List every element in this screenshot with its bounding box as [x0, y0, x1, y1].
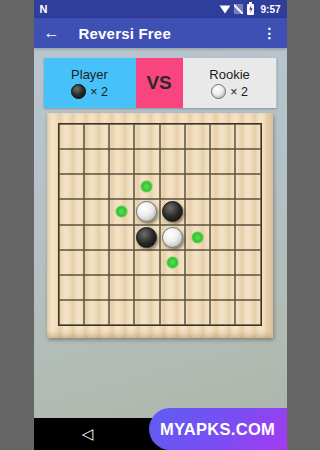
board-cell-c1[interactable]	[109, 124, 134, 149]
board-cell-h5[interactable]	[235, 225, 260, 250]
board-cell-c7[interactable]	[109, 275, 134, 300]
board-cell-c8[interactable]	[109, 300, 134, 325]
board-cell-f8[interactable]	[185, 300, 210, 325]
board-cell-d2[interactable]	[134, 149, 159, 174]
player-disc-count: × 2	[90, 85, 108, 99]
board-cell-f2[interactable]	[185, 149, 210, 174]
legal-move-hint-e6[interactable]	[166, 256, 179, 269]
board-cell-b4[interactable]	[84, 199, 109, 224]
overflow-menu-icon[interactable]: ⋮	[263, 25, 277, 41]
board-cell-c5[interactable]	[109, 225, 134, 250]
nav-back-button[interactable]: ◁	[82, 425, 94, 443]
board-cell-b1[interactable]	[84, 124, 109, 149]
board-cell-c6[interactable]	[109, 250, 134, 275]
board-cell-c4[interactable]	[109, 199, 134, 224]
board-cell-d7[interactable]	[134, 275, 159, 300]
board-cell-g6[interactable]	[210, 250, 235, 275]
board-cell-g2[interactable]	[210, 149, 235, 174]
board-cell-f6[interactable]	[185, 250, 210, 275]
legal-move-hint-f5[interactable]	[191, 231, 204, 244]
legal-move-hint-d3[interactable]	[140, 180, 153, 193]
board-cell-e3[interactable]	[160, 174, 185, 199]
board-cell-f5[interactable]	[185, 225, 210, 250]
black-disc	[136, 227, 157, 248]
board-cell-a7[interactable]	[59, 275, 84, 300]
reversi-board	[47, 113, 273, 338]
board-cell-g5[interactable]	[210, 225, 235, 250]
no-signal-icon	[234, 4, 243, 14]
opponent-score-panel: Rookie × 2	[183, 58, 277, 108]
board-cell-b3[interactable]	[84, 174, 109, 199]
board-cell-h3[interactable]	[235, 174, 260, 199]
app-bar: ← Reversi Free ⋮	[34, 18, 287, 48]
board-cell-d4[interactable]	[134, 199, 159, 224]
white-disc	[162, 227, 183, 248]
board-cell-b2[interactable]	[84, 149, 109, 174]
board-cell-a8[interactable]	[59, 300, 84, 325]
board-cell-g7[interactable]	[210, 275, 235, 300]
status-bar: N 9:57	[34, 0, 287, 18]
board-cell-a4[interactable]	[59, 199, 84, 224]
clock-text: 9:57	[260, 4, 280, 15]
board-cell-c3[interactable]	[109, 174, 134, 199]
watermark-badge: MYAPKS.COM	[149, 408, 287, 450]
board-cell-a6[interactable]	[59, 250, 84, 275]
board-cell-a3[interactable]	[59, 174, 84, 199]
board-cell-e1[interactable]	[160, 124, 185, 149]
board-cell-h1[interactable]	[235, 124, 260, 149]
board-cell-f7[interactable]	[185, 275, 210, 300]
board-cell-e5[interactable]	[160, 225, 185, 250]
page-title: Reversi Free	[79, 25, 171, 42]
board-cell-h8[interactable]	[235, 300, 260, 325]
board-cell-b7[interactable]	[84, 275, 109, 300]
board-cell-g8[interactable]	[210, 300, 235, 325]
board-cell-e7[interactable]	[160, 275, 185, 300]
board-cell-b8[interactable]	[84, 300, 109, 325]
board-cell-h4[interactable]	[235, 199, 260, 224]
board-cell-b5[interactable]	[84, 225, 109, 250]
board-cell-g3[interactable]	[210, 174, 235, 199]
battery-charging-icon	[247, 4, 254, 15]
player-black-disc-icon	[71, 84, 86, 99]
board-cell-a1[interactable]	[59, 124, 84, 149]
legal-move-hint-c4[interactable]	[115, 205, 128, 218]
board-cell-a2[interactable]	[59, 149, 84, 174]
opponent-white-disc-icon	[211, 84, 226, 99]
notification-icon: N	[40, 3, 48, 15]
reversi-app-screen: N 9:57 ← Reversi Free ⋮ Player × 2 VS Ro…	[34, 0, 287, 450]
board-cell-d8[interactable]	[134, 300, 159, 325]
opponent-name: Rookie	[209, 67, 249, 82]
opponent-disc-count: × 2	[230, 85, 248, 99]
board-cell-d1[interactable]	[134, 124, 159, 149]
board-cell-h2[interactable]	[235, 149, 260, 174]
board-cell-f3[interactable]	[185, 174, 210, 199]
board-cell-d6[interactable]	[134, 250, 159, 275]
versus-panel: VS	[136, 58, 183, 108]
watermark-label: MYAPKS.COM	[160, 420, 275, 439]
board-cell-f1[interactable]	[185, 124, 210, 149]
scoreboard: Player × 2 VS Rookie × 2	[44, 58, 277, 108]
back-arrow-icon[interactable]: ←	[44, 24, 60, 42]
board-cell-d3[interactable]	[134, 174, 159, 199]
board-cell-e6[interactable]	[160, 250, 185, 275]
board-cell-h7[interactable]	[235, 275, 260, 300]
board-cell-e4[interactable]	[160, 199, 185, 224]
white-disc	[136, 201, 157, 222]
board-grid	[58, 123, 262, 326]
board-cell-g4[interactable]	[210, 199, 235, 224]
board-cell-f4[interactable]	[185, 199, 210, 224]
player-name: Player	[71, 67, 108, 82]
versus-label: VS	[146, 72, 171, 94]
player-score-panel: Player × 2	[44, 58, 136, 108]
board-cell-e2[interactable]	[160, 149, 185, 174]
board-cell-a5[interactable]	[59, 225, 84, 250]
board-cell-c2[interactable]	[109, 149, 134, 174]
board-cell-d5[interactable]	[134, 225, 159, 250]
board-cell-h6[interactable]	[235, 250, 260, 275]
board-cell-g1[interactable]	[210, 124, 235, 149]
black-disc	[162, 201, 183, 222]
board-cell-b6[interactable]	[84, 250, 109, 275]
board-cell-e8[interactable]	[160, 300, 185, 325]
wifi-icon	[219, 5, 230, 14]
